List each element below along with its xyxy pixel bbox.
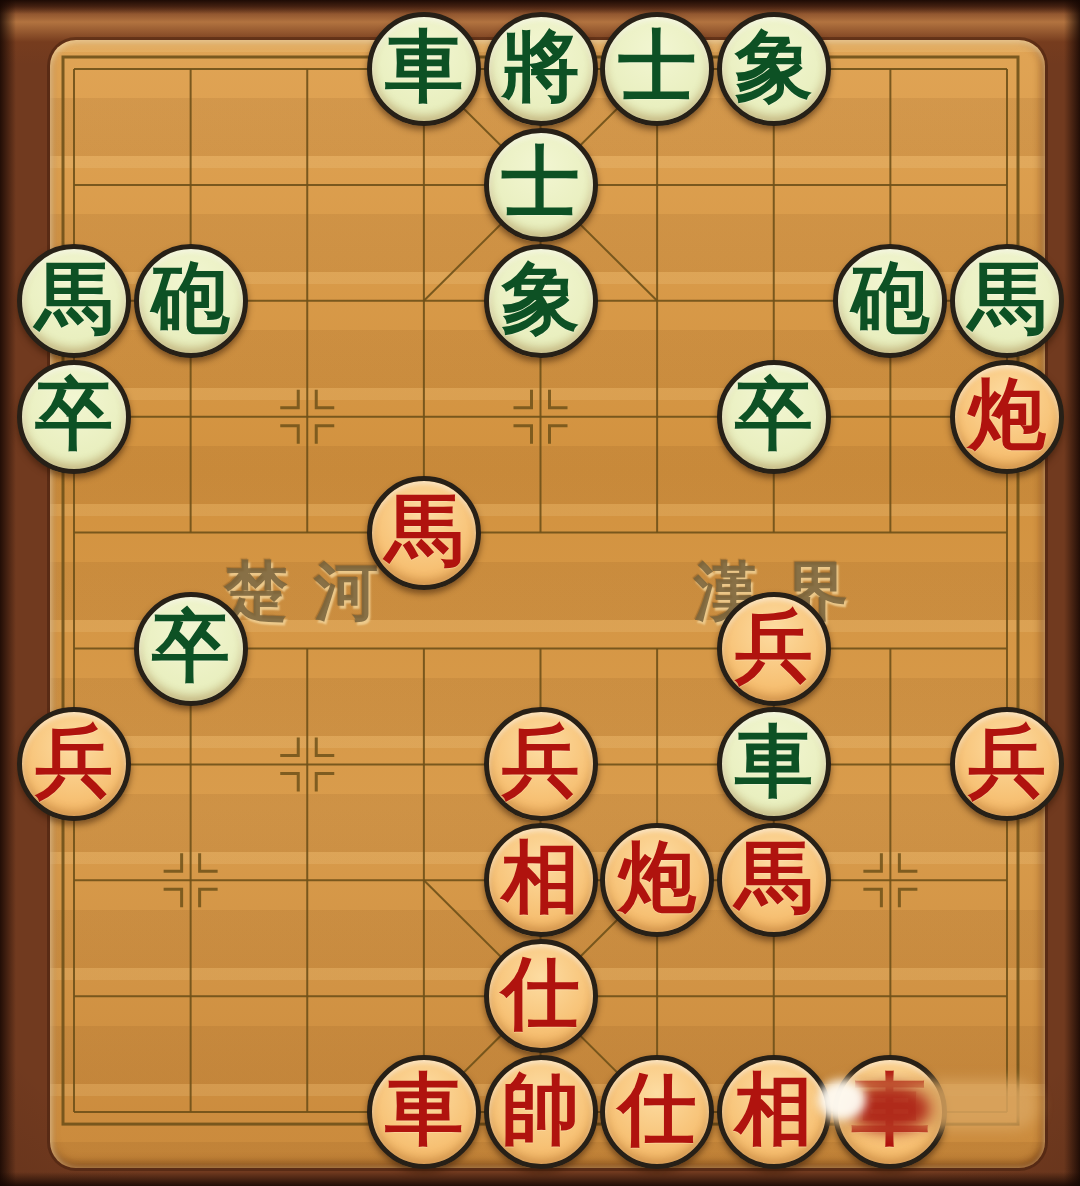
chariot-glyph: 車: [385, 27, 463, 105]
piece-red-elephant[interactable]: 相: [717, 1055, 831, 1169]
piece-red-general[interactable]: 帥: [484, 1055, 598, 1169]
elephant-glyph: 相: [502, 838, 580, 916]
piece-red-elephant[interactable]: 相: [484, 823, 598, 937]
piece-red-horse[interactable]: 馬: [367, 476, 481, 590]
horse-glyph: 馬: [968, 259, 1046, 337]
soldier-glyph: 兵: [968, 722, 1046, 800]
cannon-glyph: 砲: [152, 259, 230, 337]
piece-red-soldier[interactable]: 兵: [484, 707, 598, 821]
elephant-glyph: 象: [502, 259, 580, 337]
piece-red-soldier[interactable]: 兵: [17, 707, 131, 821]
piece-green-general[interactable]: 將: [484, 12, 598, 126]
soldier-glyph: 卒: [735, 375, 813, 453]
soldier-glyph: 兵: [502, 722, 580, 800]
piece-green-horse[interactable]: 馬: [950, 244, 1064, 358]
chariot-glyph: 車: [735, 722, 813, 800]
piece-green-chariot[interactable]: 車: [717, 707, 831, 821]
advisor-glyph: 仕: [618, 1070, 696, 1148]
piece-green-cannon[interactable]: 砲: [134, 244, 248, 358]
soldier-glyph: 兵: [735, 607, 813, 685]
xiangqi-board-app: 楚河 漢界 車將士象士馬砲象砲馬卒卒炮馬卒兵兵兵車兵相炮馬仕車帥仕相車: [0, 0, 1080, 1186]
piece-green-soldier[interactable]: 卒: [717, 360, 831, 474]
soldier-glyph: 兵: [35, 722, 113, 800]
piece-red-soldier[interactable]: 兵: [950, 707, 1064, 821]
piece-red-horse[interactable]: 馬: [717, 823, 831, 937]
piece-green-soldier[interactable]: 卒: [134, 592, 248, 706]
chariot-glyph: 車: [851, 1070, 929, 1148]
chariot-glyph: 車: [385, 1070, 463, 1148]
piece-red-chariot[interactable]: 車: [367, 1055, 481, 1169]
piece-green-advisor[interactable]: 士: [484, 128, 598, 242]
advisor-glyph: 仕: [502, 954, 580, 1032]
piece-green-cannon[interactable]: 砲: [833, 244, 947, 358]
piece-green-horse[interactable]: 馬: [17, 244, 131, 358]
piece-green-elephant[interactable]: 象: [717, 12, 831, 126]
advisor-glyph: 士: [618, 27, 696, 105]
elephant-glyph: 象: [735, 27, 813, 105]
cannon-glyph: 砲: [851, 259, 929, 337]
piece-green-advisor[interactable]: 士: [600, 12, 714, 126]
piece-red-advisor[interactable]: 仕: [600, 1055, 714, 1169]
cannon-glyph: 炮: [618, 838, 696, 916]
elephant-glyph: 相: [735, 1070, 813, 1148]
general-glyph: 將: [502, 27, 580, 105]
horse-glyph: 馬: [735, 838, 813, 916]
soldier-glyph: 卒: [152, 607, 230, 685]
piece-green-elephant[interactable]: 象: [484, 244, 598, 358]
piece-red-soldier[interactable]: 兵: [717, 592, 831, 706]
piece-green-soldier[interactable]: 卒: [17, 360, 131, 474]
horse-glyph: 馬: [385, 491, 463, 569]
cannon-glyph: 炮: [968, 375, 1046, 453]
piece-red-cannon[interactable]: 炮: [950, 360, 1064, 474]
piece-red-cannon[interactable]: 炮: [600, 823, 714, 937]
piece-green-chariot[interactable]: 車: [367, 12, 481, 126]
piece-red-chariot[interactable]: 車: [833, 1055, 947, 1169]
piece-red-advisor[interactable]: 仕: [484, 939, 598, 1053]
general-glyph: 帥: [502, 1070, 580, 1148]
soldier-glyph: 卒: [35, 375, 113, 453]
advisor-glyph: 士: [502, 143, 580, 221]
pieces-layer: 車將士象士馬砲象砲馬卒卒炮馬卒兵兵兵車兵相炮馬仕車帥仕相車: [0, 0, 1080, 1186]
horse-glyph: 馬: [35, 259, 113, 337]
